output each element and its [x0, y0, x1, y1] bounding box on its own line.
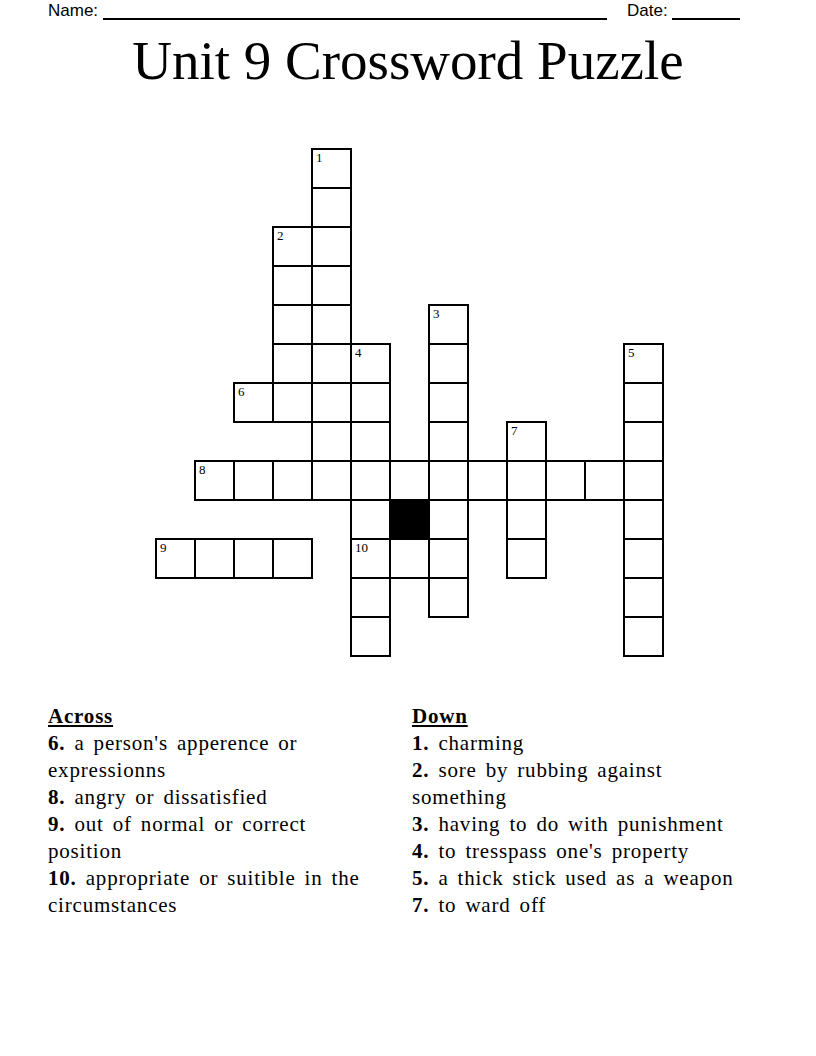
clue-across-10: 10. appropriate or suitible in the circu…: [48, 865, 366, 919]
cell-r5c12[interactable]: 5: [623, 343, 664, 384]
clue-number: 5.: [412, 866, 429, 890]
clue-across-9: 9. out of normal or correct position: [48, 811, 366, 865]
cell-r8c10[interactable]: [545, 460, 586, 501]
cell-number-8: 8: [199, 463, 206, 476]
cell-r10c3[interactable]: [272, 538, 313, 579]
cell-r11c7[interactable]: [428, 577, 469, 618]
clue-down-1: 1. charming: [412, 730, 742, 757]
clue-text: to ward off: [429, 893, 546, 917]
cell-number-6: 6: [238, 385, 245, 398]
cell-r10c12[interactable]: [623, 538, 664, 579]
cell-r8c8[interactable]: [467, 460, 508, 501]
across-header: Across: [48, 702, 366, 730]
clue-text: to tresspass one's property: [429, 839, 689, 863]
cell-r7c12[interactable]: [623, 421, 664, 462]
cell-r8c1[interactable]: 8: [194, 460, 235, 501]
cell-r6c2[interactable]: 6: [233, 382, 274, 423]
cell-r8c4[interactable]: [311, 460, 352, 501]
clue-down-2: 2. sore by rubbing against something: [412, 757, 742, 811]
cell-r11c5[interactable]: [350, 577, 391, 618]
cell-r8c7[interactable]: [428, 460, 469, 501]
across-clues-column: Across 6. a person's apperence or expres…: [48, 702, 366, 919]
cell-r10c5[interactable]: 10: [350, 538, 391, 579]
cell-number-3: 3: [433, 307, 440, 320]
cell-r4c3[interactable]: [272, 304, 313, 345]
cell-number-10: 10: [355, 541, 368, 554]
clue-number: 10.: [48, 866, 77, 890]
clue-across-8: 8. angry or dissatisfied: [48, 784, 366, 811]
cell-r4c4[interactable]: [311, 304, 352, 345]
cell-r10c7[interactable]: [428, 538, 469, 579]
blocked-cell-r9c6: [389, 499, 430, 540]
cell-number-1: 1: [316, 151, 323, 164]
cell-r2c4[interactable]: [311, 226, 352, 267]
page-title: Unit 9 Crossword Puzzle: [0, 29, 816, 92]
cell-r6c5[interactable]: [350, 382, 391, 423]
name-blank-line[interactable]: [103, 18, 607, 20]
cell-r5c4[interactable]: [311, 343, 352, 384]
clue-text: out of normal or correct position: [48, 812, 306, 863]
cell-r6c7[interactable]: [428, 382, 469, 423]
clue-text: sore by rubbing against something: [412, 758, 662, 809]
clue-number: 1.: [412, 731, 429, 755]
cell-r7c5[interactable]: [350, 421, 391, 462]
crossword-grid: 12345678910: [155, 148, 664, 657]
cell-r8c11[interactable]: [584, 460, 625, 501]
cell-r6c4[interactable]: [311, 382, 352, 423]
cell-number-4: 4: [355, 346, 362, 359]
clue-down-4: 4. to tresspass one's property: [412, 838, 742, 865]
cell-r0c4[interactable]: 1: [311, 148, 352, 189]
cell-r8c6[interactable]: [389, 460, 430, 501]
cell-r12c12[interactable]: [623, 616, 664, 657]
clue-number: 9.: [48, 812, 65, 836]
clue-down-3: 3. having to do with punishment: [412, 811, 742, 838]
clue-down-7: 7. to ward off: [412, 892, 742, 919]
cell-r9c12[interactable]: [623, 499, 664, 540]
cell-r5c3[interactable]: [272, 343, 313, 384]
clue-down-5: 5. a thick stick used as a weapon: [412, 865, 742, 892]
cell-r8c9[interactable]: [506, 460, 547, 501]
cell-number-9: 9: [160, 541, 167, 554]
across-clue-list: 6. a person's apperence or expressionns8…: [48, 730, 366, 919]
cell-r10c2[interactable]: [233, 538, 274, 579]
clue-text: having to do with punishment: [429, 812, 723, 836]
cell-r3c4[interactable]: [311, 265, 352, 306]
cell-r9c5[interactable]: [350, 499, 391, 540]
cell-r10c1[interactable]: [194, 538, 235, 579]
cell-number-7: 7: [511, 424, 518, 437]
cell-r6c3[interactable]: [272, 382, 313, 423]
cell-r10c9[interactable]: [506, 538, 547, 579]
cell-r5c7[interactable]: [428, 343, 469, 384]
cell-r8c2[interactable]: [233, 460, 274, 501]
name-label: Name:: [48, 1, 98, 21]
cell-r7c7[interactable]: [428, 421, 469, 462]
cell-number-5: 5: [628, 346, 635, 359]
cell-r1c4[interactable]: [311, 187, 352, 228]
clue-text: appropriate or suitible in the circumsta…: [48, 866, 360, 917]
cell-r7c4[interactable]: [311, 421, 352, 462]
cell-r8c5[interactable]: [350, 460, 391, 501]
cell-r5c5[interactable]: 4: [350, 343, 391, 384]
down-clue-list: 1. charming2. sore by rubbing against so…: [412, 730, 742, 919]
clue-number: 4.: [412, 839, 429, 863]
date-label: Date:: [627, 1, 668, 21]
cell-r10c0[interactable]: 9: [155, 538, 196, 579]
cell-r8c12[interactable]: [623, 460, 664, 501]
cell-r6c12[interactable]: [623, 382, 664, 423]
clue-number: 7.: [412, 893, 429, 917]
cell-r10c6[interactable]: [389, 538, 430, 579]
clue-number: 2.: [412, 758, 429, 782]
date-blank-line[interactable]: [672, 18, 740, 20]
cell-r11c12[interactable]: [623, 577, 664, 618]
down-header: Down: [412, 702, 742, 730]
cell-r4c7[interactable]: 3: [428, 304, 469, 345]
clue-text: a person's apperence or expressionns: [48, 731, 297, 782]
cell-r8c3[interactable]: [272, 460, 313, 501]
clue-text: charming: [429, 731, 524, 755]
down-clues-column: Down 1. charming2. sore by rubbing again…: [412, 702, 742, 919]
cell-number-2: 2: [277, 229, 284, 242]
cell-r9c7[interactable]: [428, 499, 469, 540]
cell-r3c3[interactable]: [272, 265, 313, 306]
clue-text: angry or dissatisfied: [65, 785, 267, 809]
clue-text: a thick stick used as a weapon: [429, 866, 733, 890]
cell-r9c9[interactable]: [506, 499, 547, 540]
cell-r7c9[interactable]: 7: [506, 421, 547, 462]
clue-number: 6.: [48, 731, 65, 755]
clue-across-6: 6. a person's apperence or expressionns: [48, 730, 366, 784]
cell-r12c5[interactable]: [350, 616, 391, 657]
clue-number: 8.: [48, 785, 65, 809]
cell-r2c3[interactable]: 2: [272, 226, 313, 267]
clue-number: 3.: [412, 812, 429, 836]
